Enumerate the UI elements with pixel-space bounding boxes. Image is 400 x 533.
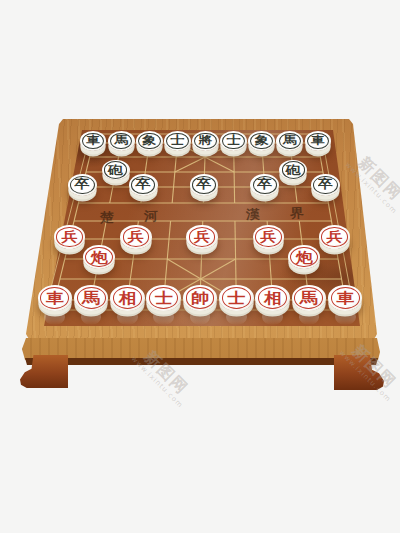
- piece-red-horse[interactable]: 馬: [292, 285, 326, 311]
- piece-red-cannon[interactable]: 炮: [288, 245, 320, 269]
- piece-character: 士: [227, 135, 241, 146]
- piece-red-chariot[interactable]: 車: [328, 285, 362, 311]
- piece-character: 炮: [91, 250, 108, 264]
- piece-ring: 兵: [189, 227, 215, 247]
- piece-black-soldier[interactable]: 卒: [190, 174, 219, 195]
- piece-ring: 車: [40, 287, 69, 308]
- piece-character: 將: [199, 135, 213, 146]
- piece-ring: 馬: [279, 133, 301, 150]
- piece-character: 車: [46, 291, 64, 306]
- watermark-url: www.ixintu.com: [343, 161, 398, 216]
- piece-ring: 車: [307, 133, 329, 150]
- piece-character: 馬: [300, 291, 318, 306]
- piece-ring: 卒: [131, 176, 155, 194]
- piece-reflection: [153, 309, 174, 325]
- piece-ring: 車: [82, 133, 104, 150]
- table-leg-right: [334, 355, 384, 390]
- watermark-url: www.ixintu.com: [129, 355, 184, 410]
- piece-ring: 兵: [255, 227, 281, 247]
- piece-ring: 炮: [290, 247, 317, 267]
- piece-character: 象: [255, 135, 269, 146]
- piece-red-cannon[interactable]: 炮: [83, 245, 115, 269]
- watermark: 新图网 www.ixintu.com: [337, 336, 400, 404]
- piece-character: 車: [311, 135, 325, 146]
- piece-ring: 兵: [56, 227, 82, 247]
- piece-ring: 士: [222, 287, 251, 308]
- piece-black-horse[interactable]: 馬: [108, 131, 135, 151]
- piece-red-advisor[interactable]: 士: [219, 285, 253, 311]
- piece-reflection: [262, 309, 283, 325]
- piece-red-general[interactable]: 帥: [183, 285, 217, 311]
- piece-red-advisor[interactable]: 士: [146, 285, 180, 311]
- piece-character: 兵: [128, 230, 144, 243]
- table-underside-shadow: [0, 0, 400, 533]
- piece-character: 砲: [286, 164, 301, 176]
- piece-red-soldier[interactable]: 兵: [186, 225, 217, 248]
- piece-black-horse[interactable]: 馬: [276, 131, 303, 151]
- piece-ring: 士: [149, 287, 178, 308]
- piece-red-soldier[interactable]: 兵: [253, 225, 284, 248]
- piece-character: 馬: [114, 135, 128, 146]
- piece-red-soldier[interactable]: 兵: [54, 225, 85, 248]
- piece-black-advisor[interactable]: 士: [220, 131, 247, 151]
- piece-red-chariot[interactable]: 車: [38, 285, 72, 311]
- piece-black-chariot[interactable]: 車: [80, 131, 107, 151]
- photo-stage: 楚河 漢界 車馬象士將士象馬車砲砲卒卒卒卒卒兵兵兵兵兵炮炮車馬相士帥士相馬車 新…: [0, 0, 400, 533]
- piece-red-soldier[interactable]: 兵: [120, 225, 151, 248]
- piece-ring: 兵: [321, 227, 347, 247]
- piece-red-elephant[interactable]: 相: [255, 285, 289, 311]
- piece-ring: 馬: [294, 287, 323, 308]
- piece-ring: 卒: [192, 176, 216, 194]
- piece-character: 相: [118, 291, 136, 306]
- piece-black-soldier[interactable]: 卒: [311, 174, 340, 195]
- piece-black-soldier[interactable]: 卒: [129, 174, 158, 195]
- board-surface[interactable]: [0, 0, 400, 533]
- table-front-edge: [0, 0, 400, 533]
- piece-character: 卒: [75, 179, 90, 191]
- piece-ring: 馬: [77, 287, 106, 308]
- piece-ring: 帥: [186, 287, 215, 308]
- piece-character: 兵: [326, 230, 342, 243]
- piece-ring: 卒: [313, 176, 337, 194]
- piece-character: 士: [155, 291, 173, 306]
- piece-red-elephant[interactable]: 相: [110, 285, 144, 311]
- watermark-text: 新图网: [343, 336, 400, 398]
- piece-ring: 相: [258, 287, 287, 308]
- piece-red-horse[interactable]: 馬: [74, 285, 108, 311]
- piece-ring: 士: [222, 133, 244, 150]
- watermark-text: 新图网: [349, 148, 400, 210]
- piece-ring: 砲: [104, 161, 128, 179]
- piece-character: 士: [227, 291, 245, 306]
- piece-ring: 兵: [123, 227, 149, 247]
- piece-character: 馬: [283, 135, 297, 146]
- river-label-han-jie: 漢界: [246, 205, 334, 223]
- piece-reflection: [44, 309, 65, 325]
- piece-character: 車: [336, 291, 354, 306]
- piece-ring: 砲: [282, 161, 306, 179]
- piece-character: 兵: [194, 230, 210, 243]
- table-top-frame: [0, 0, 400, 533]
- piece-ring: 將: [194, 133, 216, 150]
- piece-ring: 士: [166, 133, 188, 150]
- piece-character: 兵: [61, 230, 77, 243]
- piece-black-advisor[interactable]: 士: [164, 131, 191, 151]
- piece-ring: 馬: [110, 133, 132, 150]
- piece-character: 帥: [191, 291, 209, 306]
- watermark: 新图网 www.ixintu.com: [129, 342, 197, 410]
- piece-reflection: [81, 309, 102, 325]
- piece-reflection: [226, 309, 247, 325]
- board-gloss-highlight: [0, 0, 400, 533]
- watermark-text: 新图网: [135, 342, 197, 404]
- piece-character: 車: [86, 135, 100, 146]
- table-leg-left: [20, 355, 68, 388]
- piece-ring: 車: [331, 287, 360, 308]
- piece-black-soldier[interactable]: 卒: [250, 174, 279, 195]
- piece-reflection: [190, 309, 211, 325]
- piece-black-cannon[interactable]: 砲: [102, 160, 130, 181]
- piece-reflection: [335, 309, 356, 325]
- river-label-chu-he: 楚河: [100, 208, 188, 226]
- piece-black-elephant[interactable]: 象: [136, 131, 163, 151]
- piece-character: 卒: [196, 179, 211, 191]
- piece-ring: 象: [138, 133, 160, 150]
- piece-character: 卒: [257, 179, 272, 191]
- piece-character: 卒: [136, 179, 151, 191]
- piece-ring: 卒: [253, 176, 277, 194]
- piece-character: 卒: [318, 179, 333, 191]
- piece-ring: 卒: [70, 176, 94, 194]
- piece-character: 兵: [260, 230, 276, 243]
- piece-red-soldier[interactable]: 兵: [319, 225, 350, 248]
- piece-black-chariot[interactable]: 車: [305, 131, 332, 151]
- piece-black-elephant[interactable]: 象: [248, 131, 275, 151]
- piece-black-cannon[interactable]: 砲: [279, 160, 307, 181]
- board-grid-lines: [0, 0, 400, 533]
- piece-ring: 炮: [85, 247, 112, 267]
- piece-black-soldier[interactable]: 卒: [68, 174, 97, 195]
- piece-black-general[interactable]: 將: [192, 131, 219, 151]
- piece-reflection: [117, 309, 138, 325]
- piece-character: 士: [170, 135, 184, 146]
- watermark-url: www.ixintu.com: [337, 349, 392, 404]
- piece-reflection: [299, 309, 320, 325]
- piece-ring: 相: [113, 287, 142, 308]
- piece-character: 砲: [108, 164, 123, 176]
- piece-character: 馬: [82, 291, 100, 306]
- piece-character: 相: [264, 291, 282, 306]
- piece-character: 炮: [295, 250, 312, 264]
- piece-character: 象: [142, 135, 156, 146]
- watermark: 新图网 www.ixintu.com: [343, 148, 400, 216]
- piece-ring: 象: [250, 133, 272, 150]
